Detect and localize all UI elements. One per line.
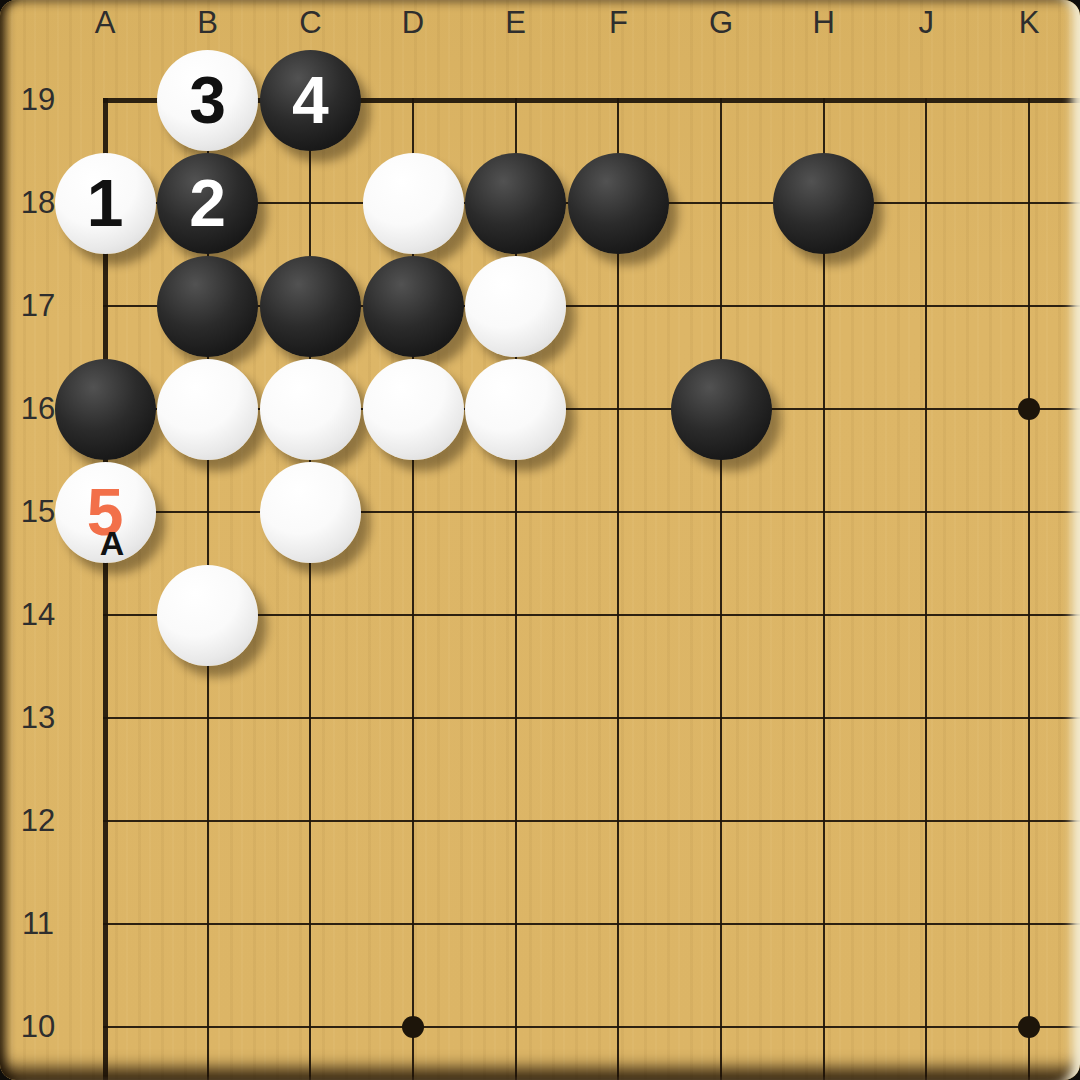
stone-black-C17 — [260, 256, 361, 357]
point-label-A: A — [100, 524, 125, 563]
stone-black-E18 — [465, 153, 566, 254]
column-label-D: D — [402, 5, 424, 41]
stone-white-A18: 1 — [55, 153, 156, 254]
grid-vline-J — [925, 98, 927, 1080]
go-board[interactable]: ABCDEFGHJK1918171615141312111034125A — [0, 0, 1080, 1080]
column-label-F: F — [609, 5, 628, 41]
stone-black-A16 — [55, 359, 156, 460]
move-number-4: 4 — [292, 67, 329, 133]
move-number-1: 1 — [87, 170, 124, 236]
grid-hline-12 — [103, 820, 1080, 822]
grid-hline-15 — [103, 511, 1080, 513]
row-label-17: 17 — [21, 288, 55, 324]
column-label-B: B — [197, 5, 218, 41]
stone-black-G16 — [671, 359, 772, 460]
stone-black-B18: 2 — [157, 153, 258, 254]
star-point-D10 — [402, 1016, 424, 1038]
row-label-19: 19 — [21, 82, 55, 118]
stone-white-B14 — [157, 565, 258, 666]
stone-black-F18 — [568, 153, 669, 254]
grid-vline-G — [720, 98, 722, 1080]
column-label-C: C — [299, 5, 321, 41]
grid-hline-11 — [103, 923, 1080, 925]
row-label-11: 11 — [22, 906, 54, 942]
stone-black-B17 — [157, 256, 258, 357]
grid-vline-K — [1028, 98, 1030, 1080]
grid-vline-C — [309, 98, 311, 1080]
stone-black-H18 — [773, 153, 874, 254]
stone-white-E16 — [465, 359, 566, 460]
move-number-3: 3 — [189, 67, 226, 133]
column-label-A: A — [95, 5, 116, 41]
row-label-14: 14 — [21, 597, 55, 633]
column-label-G: G — [709, 5, 733, 41]
row-label-10: 10 — [21, 1009, 55, 1045]
grid-hline-10 — [103, 1026, 1080, 1028]
row-label-15: 15 — [21, 494, 55, 530]
stone-white-E17 — [465, 256, 566, 357]
stone-white-D16 — [363, 359, 464, 460]
row-label-16: 16 — [21, 391, 55, 427]
row-label-13: 13 — [21, 700, 55, 736]
grid-hline-13 — [103, 717, 1080, 719]
column-label-K: K — [1019, 5, 1040, 41]
move-number-2: 2 — [189, 170, 226, 236]
stone-white-C16 — [260, 359, 361, 460]
star-point-K10 — [1018, 1016, 1040, 1038]
row-label-18: 18 — [21, 185, 55, 221]
star-point-K16 — [1018, 398, 1040, 420]
stone-white-B19: 3 — [157, 50, 258, 151]
row-label-12: 12 — [21, 803, 55, 839]
stone-black-C19: 4 — [260, 50, 361, 151]
column-label-E: E — [505, 5, 526, 41]
column-label-H: H — [812, 5, 834, 41]
column-label-J: J — [919, 5, 935, 41]
stone-white-D18 — [363, 153, 464, 254]
stone-white-B16 — [157, 359, 258, 460]
stone-white-C15 — [260, 462, 361, 563]
stone-black-D17 — [363, 256, 464, 357]
